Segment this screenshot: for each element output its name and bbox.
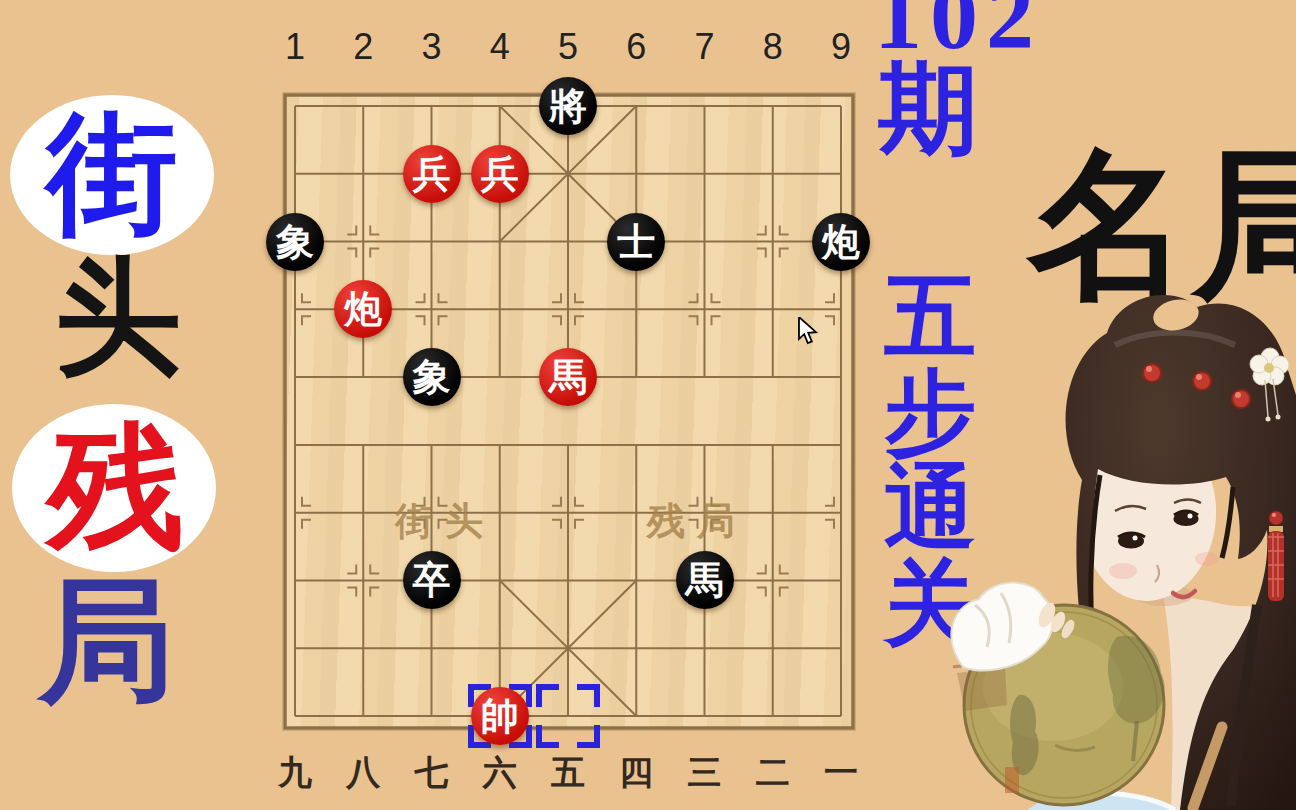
piece-black-將[interactable]: 將 (539, 77, 597, 135)
file-label-top: 5 (546, 26, 590, 68)
piece-black-卒[interactable]: 卒 (403, 551, 461, 609)
river-text-left: 街头 (395, 496, 495, 547)
mouse-cursor-icon (797, 317, 823, 345)
piece-red-兵[interactable]: 兵 (471, 145, 529, 203)
file-label-bottom: 二 (749, 750, 797, 796)
file-label-bottom: 八 (339, 750, 387, 796)
file-label-top: 2 (341, 26, 385, 68)
piece-black-象[interactable]: 象 (403, 348, 461, 406)
river-text-right: 残局 (647, 496, 747, 547)
file-label-bottom: 四 (612, 750, 660, 796)
piece-red-馬[interactable]: 馬 (539, 348, 597, 406)
file-label-bottom: 六 (476, 750, 524, 796)
file-label-top: 8 (751, 26, 795, 68)
piece-red-帥[interactable]: 帥 (471, 687, 529, 745)
last-move-highlight (536, 684, 600, 748)
xiangqi-board: 街头 残局 (283, 93, 855, 730)
left-title-char: 头 (55, 255, 181, 381)
file-label-top: 3 (410, 26, 454, 68)
file-label-top: 6 (614, 26, 658, 68)
file-label-top: 1 (273, 26, 317, 68)
file-label-top: 9 (819, 26, 863, 68)
left-title-char: 街 (46, 109, 178, 241)
right-eye (1174, 512, 1199, 526)
file-label-bottom: 三 (681, 750, 729, 796)
file-label-bottom: 一 (817, 750, 865, 796)
file-label-bottom: 七 (408, 750, 456, 796)
piece-black-士[interactable]: 士 (607, 213, 665, 271)
left-title-char: 残 (48, 420, 184, 556)
left-title-char: 局 (38, 574, 174, 710)
woman-illustration (935, 275, 1296, 810)
file-label-bottom: 五 (544, 750, 592, 796)
episode-character: 期 (878, 60, 978, 160)
file-label-bottom: 九 (271, 750, 319, 796)
file-label-top: 4 (478, 26, 522, 68)
page: { "game": "xiangqi", "side_to_move": "bl… (0, 0, 1296, 810)
piece-black-象[interactable]: 象 (266, 213, 324, 271)
piece-red-兵[interactable]: 兵 (403, 145, 461, 203)
file-label-top: 7 (683, 26, 727, 68)
board-grid (283, 93, 855, 730)
piece-black-炮[interactable]: 炮 (812, 213, 870, 271)
piece-black-馬[interactable]: 馬 (676, 551, 734, 609)
left-eye (1118, 534, 1144, 549)
